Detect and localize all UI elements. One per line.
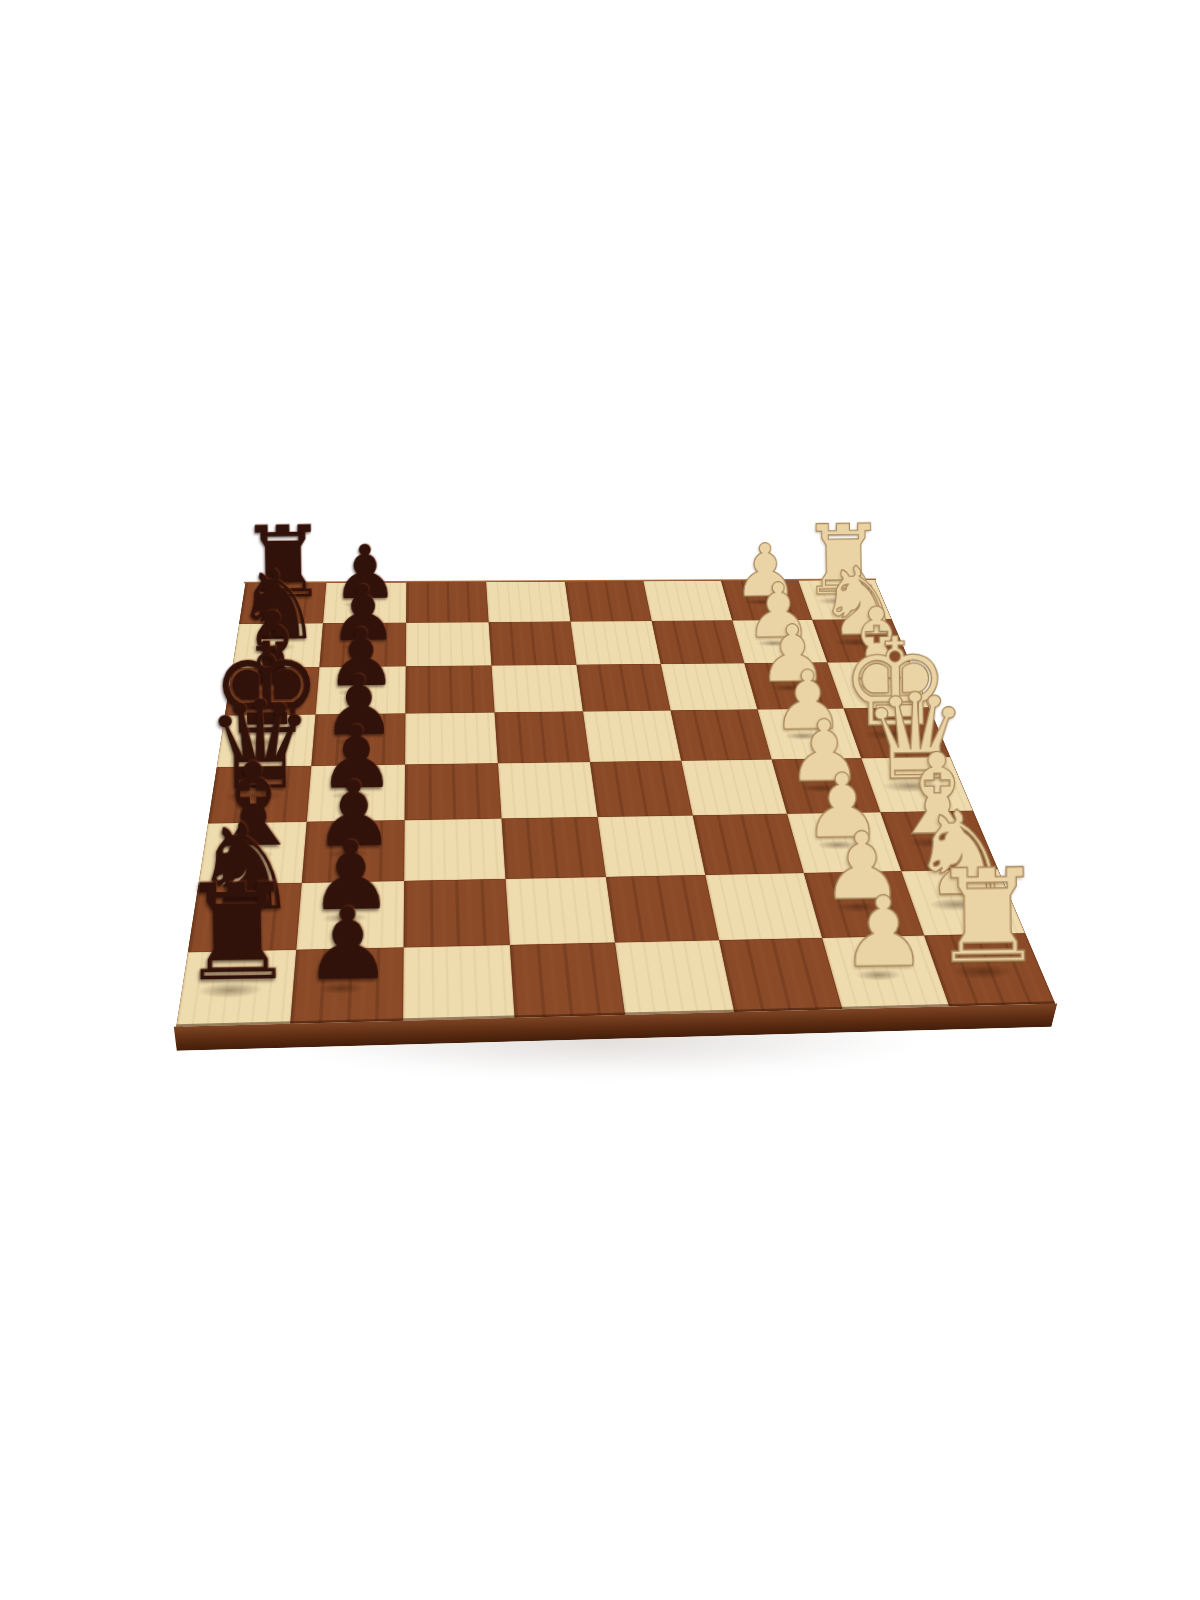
square-a3 <box>719 938 842 1012</box>
square-c3 <box>693 814 804 875</box>
square-c7 <box>302 820 405 883</box>
square-c5 <box>502 817 606 879</box>
square-e3 <box>671 709 772 760</box>
product-photo-stage: ♜♟♟♜♞♟♟♞♝♟♟♝♚♟♟♚♛♟♟♛♝♟♟♝♞♟♟♞♜♟♟♜ <box>0 0 1200 1600</box>
square-d3 <box>681 759 787 815</box>
piece-shadow <box>897 835 969 851</box>
square-d7 <box>307 765 405 822</box>
square-a6 <box>403 945 515 1021</box>
square-a5 <box>510 943 625 1018</box>
piece-shadow <box>314 910 374 925</box>
square-h6 <box>406 582 489 623</box>
chessboard: ♜♟♟♜♞♟♟♞♝♟♟♝♚♟♟♚♛♟♟♛♝♟♟♝♞♟♟♞♜♟♟♜ <box>176 580 1055 1027</box>
square-g5 <box>489 622 577 666</box>
square-e1 <box>844 707 950 758</box>
square-d4 <box>590 761 693 817</box>
square-e5 <box>495 711 590 763</box>
square-h4 <box>565 581 652 622</box>
square-h3 <box>643 581 732 621</box>
square-b5 <box>506 877 616 945</box>
square-b3 <box>705 873 822 940</box>
square-h5 <box>486 581 570 622</box>
square-f6 <box>405 666 494 714</box>
square-a7 <box>290 947 403 1023</box>
piece-shadow <box>871 778 952 795</box>
board-edge-front <box>174 1004 1058 1051</box>
square-g3 <box>652 620 745 664</box>
square-e2 <box>757 708 861 759</box>
square-c6 <box>404 819 505 881</box>
square-e6 <box>405 712 498 764</box>
square-g4 <box>571 621 661 665</box>
square-b6 <box>404 879 510 948</box>
square-b7 <box>296 881 404 950</box>
piece-shadow <box>309 980 372 997</box>
board-wrap: ♜♟♟♜♞♟♟♞♝♟♟♝♚♟♟♚♛♟♟♛♝♟♟♝♞♟♟♞♜♟♟♜ <box>217 389 963 1135</box>
square-f3 <box>661 663 758 710</box>
square-d5 <box>498 762 598 819</box>
square-g6 <box>406 622 492 666</box>
square-f5 <box>492 665 583 713</box>
square-a4 <box>615 940 734 1015</box>
square-e4 <box>583 710 681 762</box>
square-f4 <box>577 664 671 711</box>
square-b4 <box>606 875 719 943</box>
piece-shadow <box>738 597 785 606</box>
square-d2 <box>772 758 881 814</box>
piece-shadow <box>750 638 799 647</box>
square-c4 <box>598 815 706 877</box>
square-d6 <box>405 763 502 820</box>
